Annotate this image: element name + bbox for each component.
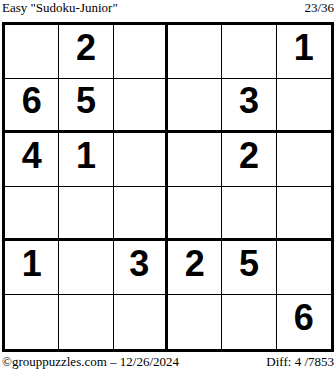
cell-r4c5[interactable] [222,187,276,241]
cell-r1c2[interactable]: 2 [59,25,113,79]
cell-r2c2[interactable]: 5 [59,79,113,133]
cell-r1c6[interactable]: 1 [277,25,331,79]
cell-r3c4[interactable] [168,133,222,187]
puzzle-footer: ©grouppuzzles.com – 12/26/2024 Diff: 4 /… [2,354,334,370]
cell-r5c2[interactable] [59,241,113,295]
cell-r2c3[interactable] [114,79,168,133]
cell-r2c5[interactable]: 3 [222,79,276,133]
cell-r5c3[interactable]: 3 [114,241,168,295]
copyright-text: ©grouppuzzles.com – 12/26/2024 [2,354,179,369]
cell-r4c6[interactable] [277,187,331,241]
cell-r4c3[interactable] [114,187,168,241]
clue-counter: 23/36 [304,0,334,16]
cell-r2c1[interactable]: 6 [5,79,59,133]
cell-r1c5[interactable] [222,25,276,79]
puzzle-page: Easy "Sudoku-Junior" 23/36 2 1 6 5 3 4 1… [0,0,336,370]
cell-r4c2[interactable] [59,187,113,241]
cell-r2c6[interactable] [277,79,331,133]
cell-r6c2[interactable] [59,295,113,349]
difficulty-text: Diff: 4 /7853 [266,354,334,369]
sudoku-board: 2 1 6 5 3 4 1 2 1 3 2 5 6 [2,22,334,352]
cell-r5c6[interactable] [277,241,331,295]
cell-r2c4[interactable] [168,79,222,133]
cell-r3c3[interactable] [114,133,168,187]
cell-r5c5[interactable]: 5 [222,241,276,295]
cell-r3c1[interactable]: 4 [5,133,59,187]
cell-r3c5[interactable]: 2 [222,133,276,187]
cell-r4c4[interactable] [168,187,222,241]
cell-r6c1[interactable] [5,295,59,349]
cell-r6c4[interactable] [168,295,222,349]
cell-r5c4[interactable]: 2 [168,241,222,295]
cell-r6c5[interactable] [222,295,276,349]
cell-r3c2[interactable]: 1 [59,133,113,187]
cell-r3c6[interactable] [277,133,331,187]
cell-r4c1[interactable] [5,187,59,241]
cell-r1c1[interactable] [5,25,59,79]
cell-r1c3[interactable] [114,25,168,79]
cell-r6c6[interactable]: 6 [277,295,331,349]
cell-r5c1[interactable]: 1 [5,241,59,295]
cell-r6c3[interactable] [114,295,168,349]
puzzle-header: Easy "Sudoku-Junior" 23/36 [2,0,334,20]
cell-r1c4[interactable] [168,25,222,79]
page-title: Easy "Sudoku-Junior" [2,0,118,16]
